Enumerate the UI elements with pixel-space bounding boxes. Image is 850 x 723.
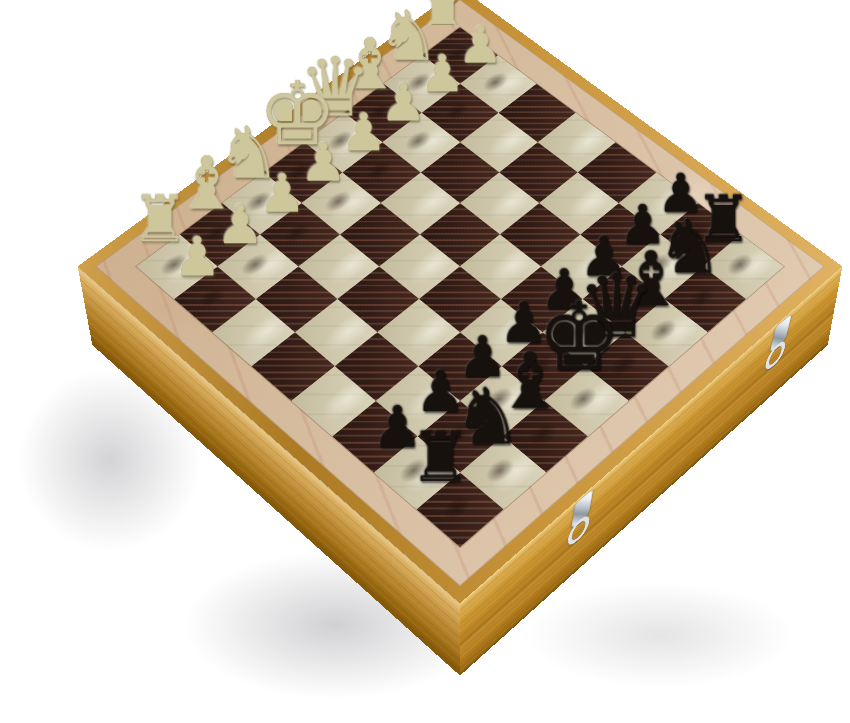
black-rook[interactable]: ♜ xyxy=(409,423,470,492)
white-pawn[interactable]: ♟ xyxy=(168,229,225,283)
wooden-box: ♜♞♝♛♚♝♞♜♟♟♟♟♟♟♟♟♟♟♟♟♟♟♟♟♜♞♝♛♚♞♝♜ xyxy=(92,69,827,675)
marble-border-frame: ♜♞♝♛♚♝♞♜♟♟♟♟♟♟♟♟♟♟♟♟♟♟♟♟♜♞♝♛♚♞♝♜ xyxy=(95,0,824,586)
chess-set-scene: ♜♞♝♛♚♝♞♜♟♟♟♟♟♟♟♟♟♟♟♟♟♟♟♟♜♞♝♛♚♞♝♜ xyxy=(200,85,720,605)
board-top-surface: ♜♞♝♛♚♝♞♜♟♟♟♟♟♟♟♟♟♟♟♟♟♟♟♟♜♞♝♛♚♞♝♜ xyxy=(78,0,843,603)
